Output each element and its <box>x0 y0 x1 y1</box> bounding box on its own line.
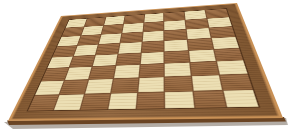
square-d3 <box>114 65 139 79</box>
square-g4 <box>189 49 216 62</box>
square-d1 <box>108 93 137 109</box>
square-b4 <box>70 55 95 67</box>
square-f2 <box>165 76 192 91</box>
square-c2 <box>85 79 112 94</box>
square-e5 <box>141 41 164 53</box>
square-h5 <box>212 37 239 49</box>
square-g1 <box>194 91 226 108</box>
square-f5 <box>165 39 188 51</box>
square-h3 <box>217 61 247 75</box>
square-b2 <box>60 80 88 94</box>
board-photo <box>0 0 290 136</box>
square-c4 <box>92 54 117 66</box>
square-h1 <box>224 90 259 107</box>
square-e1 <box>136 92 164 108</box>
square-b1 <box>54 94 84 110</box>
square-f1 <box>165 92 194 109</box>
square-e4 <box>140 52 164 65</box>
square-c1 <box>80 94 109 110</box>
square-c5 <box>96 43 119 54</box>
chessboard <box>8 3 283 121</box>
square-d2 <box>111 78 138 93</box>
square-b5 <box>74 44 98 55</box>
square-b3 <box>65 67 91 80</box>
square-d4 <box>116 53 140 65</box>
square-h6 <box>210 27 235 38</box>
square-d5 <box>118 42 141 53</box>
square-f3 <box>165 63 191 77</box>
square-f4 <box>165 51 190 64</box>
square-g2 <box>192 75 222 90</box>
square-c3 <box>89 66 115 79</box>
square-f6 <box>165 29 187 40</box>
square-e3 <box>139 64 164 78</box>
square-h2 <box>220 74 252 90</box>
square-g6 <box>187 28 211 39</box>
square-e6 <box>142 31 164 42</box>
square-h4 <box>214 48 243 61</box>
square-g3 <box>191 62 219 76</box>
square-g5 <box>188 38 213 50</box>
playing-field <box>27 8 261 111</box>
square-e2 <box>138 77 164 92</box>
